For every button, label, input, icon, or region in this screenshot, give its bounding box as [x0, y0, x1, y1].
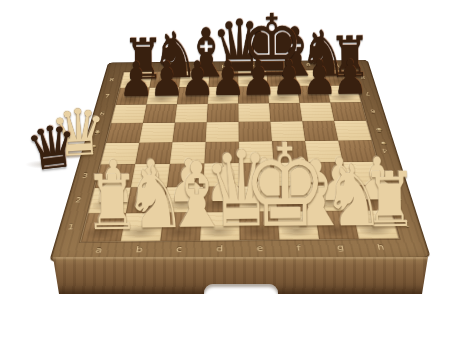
file-label-back-a: a — [137, 65, 143, 69]
file-label-back-b: b — [165, 65, 170, 69]
piece-black-pawn[interactable]: ♟ — [332, 53, 358, 101]
board-squares: ♜♞♝♛♚♝♞♜♟♟♟♟♟♟♟♟♟♟♟♟♟♟♟♟♜♞♝♛♚♝♞♜ — [81, 70, 398, 242]
piece-white-king[interactable]: ♚ — [242, 128, 276, 243]
square-c1[interactable]: ♝ — [160, 212, 201, 240]
rank-label-right-7: 7 — [365, 91, 371, 95]
file-label-front-d: d — [216, 244, 223, 252]
box-front-panel — [53, 257, 428, 294]
file-label-front-a: a — [95, 246, 103, 254]
piece-white-knight[interactable]: ♞ — [123, 156, 156, 242]
rank-label-right-8: 8 — [360, 75, 366, 79]
square-d6[interactable] — [207, 104, 239, 123]
file-label-front-g: g — [336, 243, 344, 251]
square-b1[interactable]: ♞ — [121, 213, 164, 241]
square-e7[interactable]: ♟ — [238, 86, 269, 103]
file-label-back-c: c — [193, 65, 198, 69]
hinge-screw-4 — [381, 142, 387, 145]
square-c7[interactable]: ♟ — [177, 87, 209, 104]
square-d1[interactable]: ♛ — [200, 212, 240, 240]
file-label-front-f: f — [296, 244, 301, 252]
piece-black-pawn[interactable]: ♟ — [179, 55, 205, 103]
piece-black-pawn[interactable]: ♟ — [302, 54, 328, 102]
file-label-back-g: g — [306, 63, 311, 67]
piece-white-rook[interactable]: ♜ — [84, 165, 117, 241]
square-h5[interactable] — [334, 121, 371, 141]
handle-notch — [204, 284, 278, 294]
piece-white-bishop[interactable]: ♝ — [163, 150, 197, 241]
square-a6[interactable] — [111, 105, 146, 124]
file-label-front-c: c — [176, 245, 183, 253]
spare-black-queen[interactable]: ♛ — [23, 116, 82, 180]
piece-black-pawn[interactable]: ♟ — [210, 55, 236, 103]
rank-label-left-8: 8 — [109, 78, 115, 82]
file-label-back-h: h — [334, 63, 340, 67]
square-g7[interactable]: ♟ — [297, 86, 330, 103]
square-h7[interactable]: ♟ — [327, 85, 361, 102]
square-b6[interactable] — [143, 104, 177, 123]
file-label-front-b: b — [135, 245, 143, 253]
square-c6[interactable] — [175, 104, 208, 123]
rank-label-right-4: 4 — [381, 148, 388, 153]
square-b5[interactable] — [139, 123, 175, 143]
rank-label-right-6: 6 — [370, 109, 376, 113]
hinge-screw-3 — [377, 128, 383, 131]
square-a5[interactable] — [106, 123, 143, 143]
square-a7[interactable]: ♟ — [116, 88, 150, 105]
file-label-back-f: f — [278, 64, 281, 68]
piece-black-pawn[interactable]: ♟ — [118, 55, 144, 103]
square-d7[interactable]: ♟ — [208, 87, 239, 104]
file-label-back-d: d — [221, 64, 226, 68]
piece-black-pawn[interactable]: ♟ — [271, 54, 297, 102]
rank-label-left-2: 2 — [75, 197, 82, 203]
square-a1[interactable]: ♜ — [81, 213, 126, 242]
square-e1[interactable]: ♚ — [239, 212, 279, 240]
piece-black-pawn[interactable]: ♟ — [241, 54, 267, 102]
square-f7[interactable]: ♟ — [268, 86, 300, 103]
piece-white-queen[interactable]: ♛ — [202, 137, 236, 242]
product-photo: ♜♞♝♛♚♝♞♜♟♟♟♟♟♟♟♟♟♟♟♟♟♟♟♟♜♞♝♛♚♝♞♜ aabbccd… — [0, 0, 450, 338]
file-label-front-e: e — [256, 244, 263, 252]
square-h6[interactable] — [330, 102, 366, 121]
file-label-back-e: e — [250, 64, 255, 68]
square-b7[interactable]: ♟ — [146, 87, 179, 104]
piece-black-pawn[interactable]: ♟ — [149, 55, 175, 103]
rank-label-left-1: 1 — [67, 224, 75, 231]
file-label-front-h: h — [376, 243, 385, 251]
